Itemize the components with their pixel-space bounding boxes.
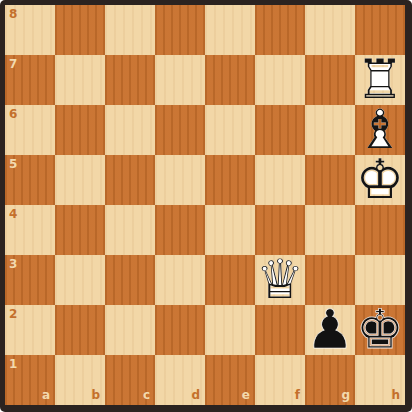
square-g1[interactable] bbox=[305, 355, 355, 405]
square-a1[interactable] bbox=[5, 355, 55, 405]
square-a5[interactable] bbox=[5, 155, 55, 205]
square-g7[interactable] bbox=[305, 55, 355, 105]
square-d3[interactable] bbox=[155, 255, 205, 305]
square-d4[interactable] bbox=[155, 205, 205, 255]
square-d1[interactable] bbox=[155, 355, 205, 405]
square-b2[interactable] bbox=[55, 305, 105, 355]
square-e5[interactable] bbox=[205, 155, 255, 205]
square-a3[interactable] bbox=[5, 255, 55, 305]
piece-white-king-h5[interactable]: ♚♔ bbox=[355, 155, 405, 205]
square-a8[interactable] bbox=[5, 5, 55, 55]
square-b6[interactable] bbox=[55, 105, 105, 155]
piece-black-pawn-g2[interactable]: ♟ bbox=[305, 305, 355, 355]
square-g4[interactable] bbox=[305, 205, 355, 255]
square-c6[interactable] bbox=[105, 105, 155, 155]
square-d5[interactable] bbox=[155, 155, 205, 205]
square-c1[interactable] bbox=[105, 355, 155, 405]
square-f6[interactable] bbox=[255, 105, 305, 155]
square-f2[interactable] bbox=[255, 305, 305, 355]
square-e3[interactable] bbox=[205, 255, 255, 305]
square-e2[interactable] bbox=[205, 305, 255, 355]
square-f1[interactable] bbox=[255, 355, 305, 405]
square-a6[interactable] bbox=[5, 105, 55, 155]
square-h4[interactable] bbox=[355, 205, 405, 255]
square-b5[interactable] bbox=[55, 155, 105, 205]
square-f5[interactable] bbox=[255, 155, 305, 205]
square-a7[interactable] bbox=[5, 55, 55, 105]
square-b1[interactable] bbox=[55, 355, 105, 405]
square-c2[interactable] bbox=[105, 305, 155, 355]
square-a2[interactable] bbox=[5, 305, 55, 355]
square-c8[interactable] bbox=[105, 5, 155, 55]
square-h1[interactable] bbox=[355, 355, 405, 405]
square-a4[interactable] bbox=[5, 205, 55, 255]
square-b3[interactable] bbox=[55, 255, 105, 305]
square-b7[interactable] bbox=[55, 55, 105, 105]
square-f8[interactable] bbox=[255, 5, 305, 55]
square-d8[interactable] bbox=[155, 5, 205, 55]
square-g8[interactable] bbox=[305, 5, 355, 55]
square-b8[interactable] bbox=[55, 5, 105, 55]
white-queen-glyph-outline: ♕ bbox=[255, 255, 305, 305]
piece-black-king-h2[interactable]: ♚ bbox=[355, 305, 405, 355]
square-d6[interactable] bbox=[155, 105, 205, 155]
white-king-glyph-outline: ♔ bbox=[355, 155, 405, 205]
square-c4[interactable] bbox=[105, 205, 155, 255]
square-b4[interactable] bbox=[55, 205, 105, 255]
square-e8[interactable] bbox=[205, 5, 255, 55]
square-c3[interactable] bbox=[105, 255, 155, 305]
square-f7[interactable] bbox=[255, 55, 305, 105]
square-g6[interactable] bbox=[305, 105, 355, 155]
square-e1[interactable] bbox=[205, 355, 255, 405]
square-c7[interactable] bbox=[105, 55, 155, 105]
black-pawn-glyph: ♟ bbox=[305, 305, 355, 355]
chessboard-frame: 87654321abcdefgh♜♖♝♗♚♔♛♕♟♚ bbox=[0, 0, 412, 412]
piece-white-queen-f3[interactable]: ♛♕ bbox=[255, 255, 305, 305]
black-king-glyph: ♚ bbox=[355, 305, 405, 355]
square-c5[interactable] bbox=[105, 155, 155, 205]
square-e7[interactable] bbox=[205, 55, 255, 105]
square-g5[interactable] bbox=[305, 155, 355, 205]
square-d2[interactable] bbox=[155, 305, 205, 355]
square-e4[interactable] bbox=[205, 205, 255, 255]
square-d7[interactable] bbox=[155, 55, 205, 105]
chess-board: 87654321abcdefgh♜♖♝♗♚♔♛♕♟♚ bbox=[5, 5, 405, 405]
square-e6[interactable] bbox=[205, 105, 255, 155]
